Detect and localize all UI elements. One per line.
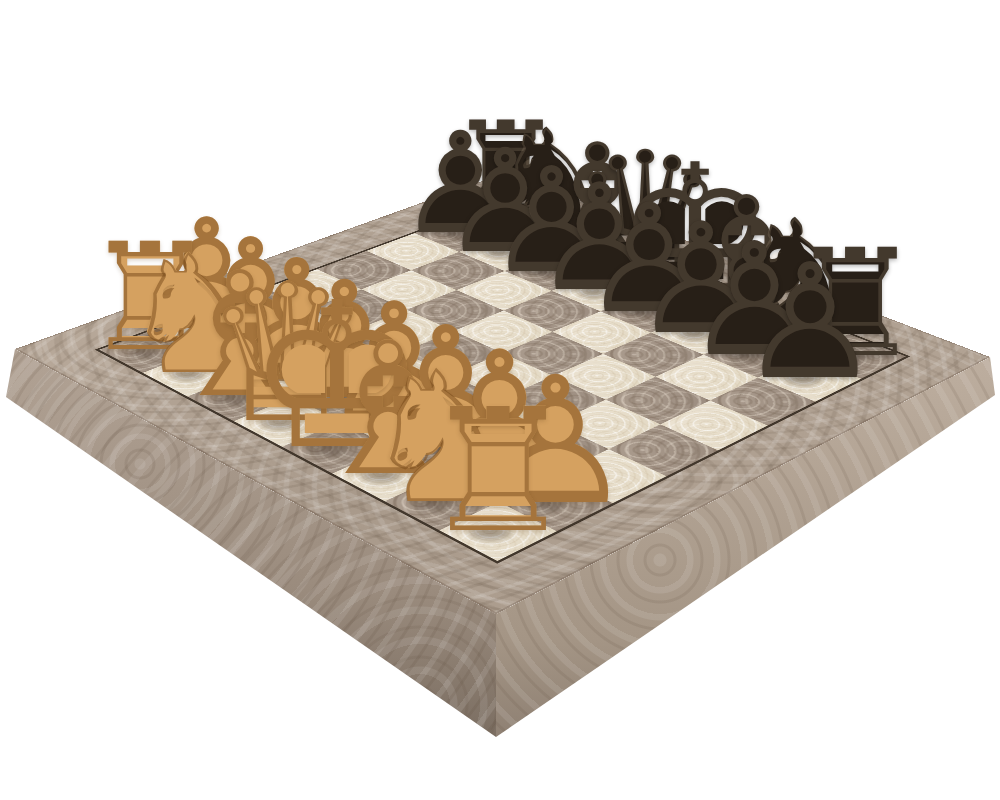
- piece-white-rook-h1: ♜♖: [422, 386, 575, 556]
- piece-black-pawn-h7: ♟♙: [739, 243, 882, 402]
- chess-set-photo-scene: ♜♖♟♙♞♘♟♙♝♗♟♙♛♕♟♙♚♔♟♙♝♗♟♙♟♙♞♘♜♖♟♙♟♙♜♖♞♘♟♙…: [0, 0, 1000, 800]
- piece-glyph-detail: ♖: [422, 386, 575, 556]
- piece-glyph-detail: ♙: [739, 243, 882, 402]
